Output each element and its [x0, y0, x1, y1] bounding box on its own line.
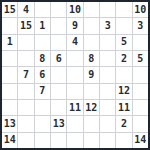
clue-cell-r2c2: 15 [18, 18, 33, 33]
empty-cell-r7c4[interactable] [51, 100, 66, 115]
empty-cell-r8c2[interactable] [18, 116, 33, 131]
clue-cell-r5c2: 7 [18, 67, 33, 82]
empty-cell-r9c4[interactable] [51, 133, 66, 148]
empty-cell-r2c6[interactable] [84, 18, 99, 33]
empty-cell-r5c8[interactable] [116, 67, 131, 82]
empty-cell-r3c9[interactable] [133, 35, 148, 50]
empty-cell-r7c9[interactable] [133, 100, 148, 115]
empty-cell-r9c3[interactable] [35, 133, 50, 148]
clue-cell-r3c8: 5 [116, 35, 131, 50]
puzzle-board: 1541010151933145868257697121112111313214… [0, 0, 150, 150]
empty-cell-r5c1[interactable] [2, 67, 17, 82]
clue-cell-r7c6: 12 [84, 100, 99, 115]
clue-cell-r3c1: 1 [2, 35, 17, 50]
empty-cell-r5c7[interactable] [100, 67, 115, 82]
clue-cell-r1c2: 4 [18, 2, 33, 17]
empty-cell-r6c5[interactable] [67, 84, 82, 99]
clue-cell-r7c8: 11 [116, 100, 131, 115]
empty-cell-r8c3[interactable] [35, 116, 50, 131]
empty-cell-r8c6[interactable] [84, 116, 99, 131]
empty-cell-r9c8[interactable] [116, 133, 131, 148]
empty-cell-r5c5[interactable] [67, 67, 82, 82]
empty-cell-r3c4[interactable] [51, 35, 66, 50]
empty-cell-r8c9[interactable] [133, 116, 148, 131]
empty-cell-r3c2[interactable] [18, 35, 33, 50]
empty-cell-r2c8[interactable] [116, 18, 131, 33]
empty-cell-r2c1[interactable] [2, 18, 17, 33]
empty-cell-r4c7[interactable] [100, 51, 115, 66]
clue-cell-r5c3: 6 [35, 67, 50, 82]
clue-cell-r4c3: 8 [35, 51, 50, 66]
empty-cell-r1c7[interactable] [100, 2, 115, 17]
empty-cell-r8c7[interactable] [100, 116, 115, 131]
clue-cell-r2c3: 1 [35, 18, 50, 33]
empty-cell-r7c7[interactable] [100, 100, 115, 115]
empty-cell-r6c2[interactable] [18, 84, 33, 99]
empty-cell-r6c6[interactable] [84, 84, 99, 99]
clue-cell-r4c6: 8 [84, 51, 99, 66]
empty-cell-r8c5[interactable] [67, 116, 82, 131]
empty-cell-r3c6[interactable] [84, 35, 99, 50]
empty-cell-r4c5[interactable] [67, 51, 82, 66]
empty-cell-r1c3[interactable] [35, 2, 50, 17]
clue-cell-r2c5: 9 [67, 18, 82, 33]
clue-cell-r8c8: 2 [116, 116, 131, 131]
empty-cell-r1c6[interactable] [84, 2, 99, 17]
empty-cell-r7c1[interactable] [2, 100, 17, 115]
clue-cell-r3c5: 4 [67, 35, 82, 50]
empty-cell-r7c3[interactable] [35, 100, 50, 115]
empty-cell-r4c2[interactable] [18, 51, 33, 66]
empty-cell-r4c1[interactable] [2, 51, 17, 66]
empty-cell-r1c4[interactable] [51, 2, 66, 17]
empty-cell-r6c7[interactable] [100, 84, 115, 99]
empty-cell-r7c2[interactable] [18, 100, 33, 115]
clue-cell-r1c1: 15 [2, 2, 17, 17]
empty-cell-r9c5[interactable] [67, 133, 82, 148]
empty-cell-r9c2[interactable] [18, 133, 33, 148]
empty-cell-r9c6[interactable] [84, 133, 99, 148]
empty-cell-r9c7[interactable] [100, 133, 115, 148]
empty-cell-r3c7[interactable] [100, 35, 115, 50]
empty-cell-r2c4[interactable] [51, 18, 66, 33]
empty-cell-r1c8[interactable] [116, 2, 131, 17]
clue-cell-r4c4: 6 [51, 51, 66, 66]
empty-cell-r3c3[interactable] [35, 35, 50, 50]
clue-cell-r7c5: 11 [67, 100, 82, 115]
empty-cell-r5c9[interactable] [133, 67, 148, 82]
empty-cell-r6c9[interactable] [133, 84, 148, 99]
clue-cell-r9c1: 14 [2, 133, 17, 148]
clue-cell-r8c4: 13 [51, 116, 66, 131]
clue-cell-r1c5: 10 [67, 2, 82, 17]
clue-cell-r1c9: 10 [133, 2, 148, 17]
clue-cell-r9c9: 14 [133, 133, 148, 148]
clue-cell-r5c6: 9 [84, 67, 99, 82]
clue-cell-r8c1: 13 [2, 116, 17, 131]
clue-cell-r4c8: 2 [116, 51, 131, 66]
clue-cell-r6c3: 7 [35, 84, 50, 99]
empty-cell-r5c4[interactable] [51, 67, 66, 82]
clue-cell-r6c8: 12 [116, 84, 131, 99]
clue-cell-r4c9: 5 [133, 51, 148, 66]
empty-cell-r6c4[interactable] [51, 84, 66, 99]
empty-cell-r6c1[interactable] [2, 84, 17, 99]
clue-cell-r2c9: 3 [133, 18, 148, 33]
clue-cell-r2c7: 3 [100, 18, 115, 33]
